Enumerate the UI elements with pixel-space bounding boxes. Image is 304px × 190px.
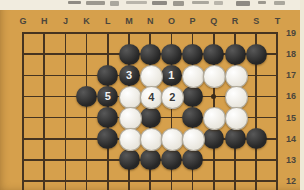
black-stone-S14 — [246, 128, 267, 149]
black-stone-K16 — [76, 86, 97, 107]
black-stone-L15 — [97, 107, 118, 128]
header-text-fragment — [258, 1, 266, 4]
go-app-screen: GHJKLMNOPQRST 31542 1918171615141312 — [0, 0, 304, 190]
column-label-N: N — [140, 16, 160, 26]
white-stone-Q17 — [203, 65, 226, 88]
black-stone-P16 — [182, 86, 203, 107]
right-edge-strip — [300, 0, 304, 190]
white-stone-P14 — [182, 128, 205, 151]
cropped-header — [0, 0, 304, 10]
white-stone-N16: 4 — [140, 86, 163, 109]
row-label-14: 14 — [280, 134, 302, 144]
black-stone-O13 — [161, 149, 182, 170]
white-stone-N14 — [140, 128, 163, 151]
black-stone-N13 — [140, 149, 161, 170]
row-label-17: 17 — [280, 70, 302, 80]
black-stone-N15 — [140, 107, 161, 128]
move-number-5: 5 — [105, 91, 111, 102]
black-stone-P13 — [182, 149, 203, 170]
grid-line-col-T — [276, 32, 278, 190]
black-stone-L14 — [97, 128, 118, 149]
column-label-G: G — [13, 16, 33, 26]
white-stone-R16 — [225, 86, 248, 109]
column-label-L: L — [98, 16, 118, 26]
black-stone-N18 — [140, 44, 161, 65]
header-text-fragment — [214, 1, 223, 5]
column-label-M: M — [119, 16, 139, 26]
black-stone-R18 — [225, 44, 246, 65]
white-stone-R17 — [225, 65, 248, 88]
header-text-fragment — [110, 1, 119, 6]
star-point-Q16 — [211, 94, 216, 99]
move-number-2: 2 — [169, 92, 175, 103]
row-label-19: 19 — [280, 28, 302, 38]
row-label-12: 12 — [280, 176, 302, 186]
column-label-R: R — [225, 16, 245, 26]
move-number-4: 4 — [148, 92, 154, 103]
white-stone-N17 — [140, 65, 163, 88]
white-stone-Q15 — [203, 107, 226, 130]
white-stone-M15 — [119, 107, 142, 130]
black-stone-L17 — [97, 65, 118, 86]
white-stone-M14 — [119, 128, 142, 151]
column-label-Q: Q — [204, 16, 224, 26]
column-label-S: S — [246, 16, 266, 26]
black-stone-O17: 1 — [161, 65, 182, 86]
black-stone-S18 — [246, 44, 267, 65]
column-label-K: K — [77, 16, 97, 26]
white-stone-M16 — [119, 86, 142, 109]
black-stone-O18 — [161, 44, 182, 65]
row-label-15: 15 — [280, 113, 302, 123]
header-text-fragment — [274, 1, 285, 5]
grid-line-col-K — [86, 32, 88, 190]
header-text-fragment — [126, 1, 147, 4]
column-label-H: H — [34, 16, 54, 26]
row-label-18: 18 — [280, 49, 302, 59]
header-text-fragment — [173, 1, 184, 6]
black-stone-M18 — [119, 44, 140, 65]
header-text-fragment — [86, 1, 105, 5]
move-number-3: 3 — [126, 70, 132, 81]
header-text-fragment — [152, 1, 167, 5]
column-label-T: T — [267, 16, 287, 26]
header-text-fragment — [192, 1, 209, 4]
black-stone-Q14 — [203, 128, 224, 149]
black-stone-Q18 — [203, 44, 224, 65]
column-label-P: P — [183, 16, 203, 26]
black-stone-R14 — [225, 128, 246, 149]
column-label-O: O — [161, 16, 181, 26]
row-label-13: 13 — [280, 155, 302, 165]
black-stone-M13 — [119, 149, 140, 170]
grid-line-col-H — [43, 32, 45, 190]
black-stone-M17: 3 — [119, 65, 140, 86]
move-number-1: 1 — [168, 70, 174, 81]
header-text-fragment — [68, 1, 81, 4]
column-label-J: J — [55, 16, 75, 26]
black-stone-L16: 5 — [97, 86, 118, 107]
white-stone-O14 — [161, 128, 184, 151]
black-stone-P15 — [182, 107, 203, 128]
black-stone-P18 — [182, 44, 203, 65]
header-text-fragment — [236, 1, 250, 6]
go-board[interactable]: GHJKLMNOPQRST 31542 — [0, 10, 300, 190]
white-stone-P17 — [182, 65, 205, 88]
grid-line-col-G — [22, 32, 24, 190]
white-stone-O16: 2 — [161, 86, 184, 109]
row-label-16: 16 — [280, 91, 302, 101]
grid-line-col-J — [65, 32, 67, 190]
white-stone-R15 — [225, 107, 248, 130]
